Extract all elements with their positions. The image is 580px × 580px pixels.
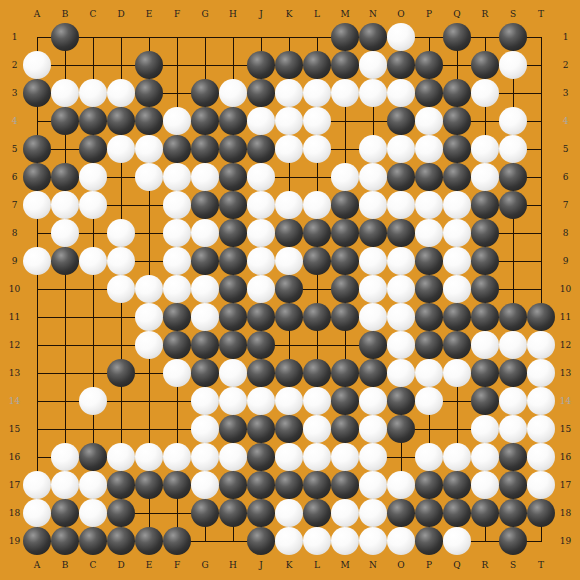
stone-white-O9[interactable]	[387, 247, 415, 275]
coord-label: 6	[553, 163, 578, 191]
coord-label: A	[23, 8, 51, 20]
stone-black-G3[interactable]	[191, 79, 219, 107]
stone-white-Q10[interactable]	[443, 275, 471, 303]
stone-black-H18[interactable]	[219, 499, 247, 527]
stone-white-D5[interactable]	[107, 135, 135, 163]
coord-label: C	[79, 8, 107, 20]
stone-black-Q18[interactable]	[443, 499, 471, 527]
stone-black-S13[interactable]	[499, 359, 527, 387]
stone-black-M14[interactable]	[331, 387, 359, 415]
stone-black-H5[interactable]	[219, 135, 247, 163]
stone-black-K17[interactable]	[275, 471, 303, 499]
stone-white-L4[interactable]	[303, 107, 331, 135]
stone-white-F9[interactable]	[163, 247, 191, 275]
stone-white-P5[interactable]	[415, 135, 443, 163]
stone-black-J12[interactable]	[247, 331, 275, 359]
stone-black-M17[interactable]	[331, 471, 359, 499]
stone-black-J17[interactable]	[247, 471, 275, 499]
stone-white-D8[interactable]	[107, 219, 135, 247]
coord-label: K	[275, 559, 303, 571]
stone-white-F6[interactable]	[163, 163, 191, 191]
stone-white-K5[interactable]	[275, 135, 303, 163]
stone-black-H4[interactable]	[219, 107, 247, 135]
stone-white-M6[interactable]	[331, 163, 359, 191]
stone-white-O5[interactable]	[387, 135, 415, 163]
stone-white-T16[interactable]	[527, 443, 555, 471]
stone-white-N5[interactable]	[359, 135, 387, 163]
stone-black-B18[interactable]	[51, 499, 79, 527]
stone-black-C5[interactable]	[79, 135, 107, 163]
stone-black-M1[interactable]	[331, 23, 359, 51]
stone-black-R10[interactable]	[471, 275, 499, 303]
stone-white-Q8[interactable]	[443, 219, 471, 247]
stone-white-H13[interactable]	[219, 359, 247, 387]
stone-white-P4[interactable]	[415, 107, 443, 135]
stone-black-Q1[interactable]	[443, 23, 471, 51]
stone-white-N19[interactable]	[359, 527, 387, 555]
stone-white-L3[interactable]	[303, 79, 331, 107]
stone-black-B4[interactable]	[51, 107, 79, 135]
stone-white-A7[interactable]	[23, 191, 51, 219]
stone-white-C9[interactable]	[79, 247, 107, 275]
stone-black-L2[interactable]	[303, 51, 331, 79]
stone-white-B16[interactable]	[51, 443, 79, 471]
stone-black-T18[interactable]	[527, 499, 555, 527]
stone-black-Q12[interactable]	[443, 331, 471, 359]
stone-white-O10[interactable]	[387, 275, 415, 303]
stone-white-D16[interactable]	[107, 443, 135, 471]
stone-black-A19[interactable]	[23, 527, 51, 555]
stone-white-M19[interactable]	[331, 527, 359, 555]
go-board[interactable]: AABBCCDDEEFFGGHHJJKKLLMMNNOOPPQQRRSSTT11…	[0, 0, 580, 580]
coord-label: 14	[553, 387, 578, 415]
stone-black-G12[interactable]	[191, 331, 219, 359]
stone-white-M3[interactable]	[331, 79, 359, 107]
stone-white-R12[interactable]	[471, 331, 499, 359]
coord-label: 11	[553, 303, 578, 331]
stone-white-T13[interactable]	[527, 359, 555, 387]
stone-black-J3[interactable]	[247, 79, 275, 107]
stone-black-S6[interactable]	[499, 163, 527, 191]
stone-white-D9[interactable]	[107, 247, 135, 275]
coord-label: F	[163, 559, 191, 571]
stone-white-P13[interactable]	[415, 359, 443, 387]
stone-black-K13[interactable]	[275, 359, 303, 387]
stone-black-J13[interactable]	[247, 359, 275, 387]
stone-white-B7[interactable]	[51, 191, 79, 219]
stone-black-K10[interactable]	[275, 275, 303, 303]
stone-white-L14[interactable]	[303, 387, 331, 415]
stone-black-F11[interactable]	[163, 303, 191, 331]
coord-label: 8	[2, 219, 27, 247]
stone-white-N7[interactable]	[359, 191, 387, 219]
stone-white-Q19[interactable]	[443, 527, 471, 555]
stone-black-J2[interactable]	[247, 51, 275, 79]
stone-white-R17[interactable]	[471, 471, 499, 499]
coord-label: 10	[2, 275, 27, 303]
stone-black-H8[interactable]	[219, 219, 247, 247]
stone-white-N3[interactable]	[359, 79, 387, 107]
stone-black-H9[interactable]	[219, 247, 247, 275]
coord-label: 13	[2, 359, 27, 387]
stone-black-M2[interactable]	[331, 51, 359, 79]
stone-white-F16[interactable]	[163, 443, 191, 471]
stone-black-M13[interactable]	[331, 359, 359, 387]
coord-label: R	[471, 559, 499, 571]
stone-black-C19[interactable]	[79, 527, 107, 555]
stone-white-M16[interactable]	[331, 443, 359, 471]
stone-black-Q17[interactable]	[443, 471, 471, 499]
stone-white-S2[interactable]	[499, 51, 527, 79]
stone-white-G16[interactable]	[191, 443, 219, 471]
stone-black-C4[interactable]	[79, 107, 107, 135]
stone-black-C16[interactable]	[79, 443, 107, 471]
stone-black-E3[interactable]	[135, 79, 163, 107]
stone-black-H7[interactable]	[219, 191, 247, 219]
stone-black-L8[interactable]	[303, 219, 331, 247]
stone-white-M18[interactable]	[331, 499, 359, 527]
stone-white-D3[interactable]	[107, 79, 135, 107]
stone-white-H3[interactable]	[219, 79, 247, 107]
stone-white-C17[interactable]	[79, 471, 107, 499]
stone-white-L7[interactable]	[303, 191, 331, 219]
coord-label: A	[23, 559, 51, 571]
stone-black-N13[interactable]	[359, 359, 387, 387]
stone-white-T12[interactable]	[527, 331, 555, 359]
stone-white-K7[interactable]	[275, 191, 303, 219]
stone-black-L18[interactable]	[303, 499, 331, 527]
stone-white-L19[interactable]	[303, 527, 331, 555]
stone-white-O7[interactable]	[387, 191, 415, 219]
stone-white-O11[interactable]	[387, 303, 415, 331]
stone-black-S18[interactable]	[499, 499, 527, 527]
stone-white-R16[interactable]	[471, 443, 499, 471]
stone-white-G6[interactable]	[191, 163, 219, 191]
coord-label: 12	[2, 331, 27, 359]
stone-black-J15[interactable]	[247, 415, 275, 443]
stone-white-S15[interactable]	[499, 415, 527, 443]
stone-black-S19[interactable]	[499, 527, 527, 555]
stone-white-E10[interactable]	[135, 275, 163, 303]
stone-white-K16[interactable]	[275, 443, 303, 471]
stone-black-S17[interactable]	[499, 471, 527, 499]
stone-black-M15[interactable]	[331, 415, 359, 443]
stone-white-C3[interactable]	[79, 79, 107, 107]
stone-black-D17[interactable]	[107, 471, 135, 499]
stone-white-L16[interactable]	[303, 443, 331, 471]
stone-white-C18[interactable]	[79, 499, 107, 527]
stone-black-B6[interactable]	[51, 163, 79, 191]
stone-white-H16[interactable]	[219, 443, 247, 471]
stone-black-P18[interactable]	[415, 499, 443, 527]
stone-black-G18[interactable]	[191, 499, 219, 527]
stone-black-P11[interactable]	[415, 303, 443, 331]
stone-white-N18[interactable]	[359, 499, 387, 527]
stone-black-T11[interactable]	[527, 303, 555, 331]
stone-white-P16[interactable]	[415, 443, 443, 471]
stone-white-E16[interactable]	[135, 443, 163, 471]
stone-white-O17[interactable]	[387, 471, 415, 499]
stone-white-J14[interactable]	[247, 387, 275, 415]
stone-black-P12[interactable]	[415, 331, 443, 359]
stone-black-D13[interactable]	[107, 359, 135, 387]
stone-white-Q7[interactable]	[443, 191, 471, 219]
stone-black-Q5[interactable]	[443, 135, 471, 163]
stone-white-B3[interactable]	[51, 79, 79, 107]
stone-black-D18[interactable]	[107, 499, 135, 527]
stone-white-J10[interactable]	[247, 275, 275, 303]
stone-white-Q16[interactable]	[443, 443, 471, 471]
stone-black-H11[interactable]	[219, 303, 247, 331]
stone-black-P17[interactable]	[415, 471, 443, 499]
stone-white-K3[interactable]	[275, 79, 303, 107]
stone-black-O6[interactable]	[387, 163, 415, 191]
stone-white-J9[interactable]	[247, 247, 275, 275]
stone-black-G7[interactable]	[191, 191, 219, 219]
stone-black-D19[interactable]	[107, 527, 135, 555]
coord-label: G	[191, 559, 219, 571]
stone-black-M11[interactable]	[331, 303, 359, 331]
stone-white-F13[interactable]	[163, 359, 191, 387]
stone-white-Q13[interactable]	[443, 359, 471, 387]
stone-black-A3[interactable]	[23, 79, 51, 107]
stone-black-R8[interactable]	[471, 219, 499, 247]
stone-black-S16[interactable]	[499, 443, 527, 471]
stone-black-J16[interactable]	[247, 443, 275, 471]
stone-black-R11[interactable]	[471, 303, 499, 331]
stone-white-T17[interactable]	[527, 471, 555, 499]
stone-white-N9[interactable]	[359, 247, 387, 275]
stone-black-N8[interactable]	[359, 219, 387, 247]
stone-black-D4[interactable]	[107, 107, 135, 135]
coord-label: F	[163, 8, 191, 20]
stone-white-E11[interactable]	[135, 303, 163, 331]
stone-white-Q9[interactable]	[443, 247, 471, 275]
stone-white-K19[interactable]	[275, 527, 303, 555]
stone-white-A18[interactable]	[23, 499, 51, 527]
stone-black-P10[interactable]	[415, 275, 443, 303]
stone-white-T15[interactable]	[527, 415, 555, 443]
stone-white-H14[interactable]	[219, 387, 247, 415]
stone-white-S4[interactable]	[499, 107, 527, 135]
stone-black-E17[interactable]	[135, 471, 163, 499]
stone-white-O3[interactable]	[387, 79, 415, 107]
stone-black-M10[interactable]	[331, 275, 359, 303]
stone-black-L13[interactable]	[303, 359, 331, 387]
stone-white-K9[interactable]	[275, 247, 303, 275]
stone-white-S5[interactable]	[499, 135, 527, 163]
stone-black-H12[interactable]	[219, 331, 247, 359]
stone-white-F7[interactable]	[163, 191, 191, 219]
stone-white-K4[interactable]	[275, 107, 303, 135]
stone-white-T14[interactable]	[527, 387, 555, 415]
stone-white-P8[interactable]	[415, 219, 443, 247]
stone-black-B9[interactable]	[51, 247, 79, 275]
coord-label: M	[331, 8, 359, 20]
stone-white-S12[interactable]	[499, 331, 527, 359]
stone-white-C7[interactable]	[79, 191, 107, 219]
coord-label: 1	[2, 23, 27, 51]
stone-black-Q4[interactable]	[443, 107, 471, 135]
stone-black-J5[interactable]	[247, 135, 275, 163]
stone-white-R3[interactable]	[471, 79, 499, 107]
stone-black-L11[interactable]	[303, 303, 331, 331]
stone-black-P9[interactable]	[415, 247, 443, 275]
stone-white-O1[interactable]	[387, 23, 415, 51]
stone-black-H6[interactable]	[219, 163, 247, 191]
stone-black-F19[interactable]	[163, 527, 191, 555]
stone-black-S11[interactable]	[499, 303, 527, 331]
stone-black-M7[interactable]	[331, 191, 359, 219]
stone-black-G4[interactable]	[191, 107, 219, 135]
stone-black-E19[interactable]	[135, 527, 163, 555]
stone-white-L15[interactable]	[303, 415, 331, 443]
stone-black-H15[interactable]	[219, 415, 247, 443]
stone-black-P2[interactable]	[415, 51, 443, 79]
coord-label: B	[51, 559, 79, 571]
stone-white-N10[interactable]	[359, 275, 387, 303]
stone-black-N12[interactable]	[359, 331, 387, 359]
stone-white-C6[interactable]	[79, 163, 107, 191]
stone-white-G11[interactable]	[191, 303, 219, 331]
coord-label: Q	[443, 559, 471, 571]
stone-black-P19[interactable]	[415, 527, 443, 555]
stone-white-G8[interactable]	[191, 219, 219, 247]
stone-black-G5[interactable]	[191, 135, 219, 163]
stone-white-E6[interactable]	[135, 163, 163, 191]
stone-black-L9[interactable]	[303, 247, 331, 275]
stone-white-J4[interactable]	[247, 107, 275, 135]
stone-black-K15[interactable]	[275, 415, 303, 443]
stone-white-S14[interactable]	[499, 387, 527, 415]
stone-black-S7[interactable]	[499, 191, 527, 219]
stone-white-J7[interactable]	[247, 191, 275, 219]
stone-black-F17[interactable]	[163, 471, 191, 499]
stone-black-O15[interactable]	[387, 415, 415, 443]
stone-white-C14[interactable]	[79, 387, 107, 415]
stone-white-J6[interactable]	[247, 163, 275, 191]
stone-white-K14[interactable]	[275, 387, 303, 415]
stone-black-N1[interactable]	[359, 23, 387, 51]
stone-black-P6[interactable]	[415, 163, 443, 191]
stone-white-L5[interactable]	[303, 135, 331, 163]
stone-black-J19[interactable]	[247, 527, 275, 555]
stone-black-P3[interactable]	[415, 79, 443, 107]
stone-white-O12[interactable]	[387, 331, 415, 359]
stone-white-A2[interactable]	[23, 51, 51, 79]
stone-black-Q3[interactable]	[443, 79, 471, 107]
stone-white-F8[interactable]	[163, 219, 191, 247]
stone-white-O13[interactable]	[387, 359, 415, 387]
stone-black-O4[interactable]	[387, 107, 415, 135]
stone-white-F4[interactable]	[163, 107, 191, 135]
stone-black-R7[interactable]	[471, 191, 499, 219]
stone-black-A5[interactable]	[23, 135, 51, 163]
stone-black-K2[interactable]	[275, 51, 303, 79]
coord-label: D	[107, 559, 135, 571]
stone-white-B17[interactable]	[51, 471, 79, 499]
stone-white-N11[interactable]	[359, 303, 387, 331]
stone-white-D10[interactable]	[107, 275, 135, 303]
stone-white-G15[interactable]	[191, 415, 219, 443]
stone-black-H17[interactable]	[219, 471, 247, 499]
stone-black-B1[interactable]	[51, 23, 79, 51]
stone-white-R5[interactable]	[471, 135, 499, 163]
stone-black-R9[interactable]	[471, 247, 499, 275]
coord-label: O	[387, 559, 415, 571]
stone-white-R6[interactable]	[471, 163, 499, 191]
coord-label: 9	[553, 247, 578, 275]
stone-black-O2[interactable]	[387, 51, 415, 79]
stone-white-G10[interactable]	[191, 275, 219, 303]
stone-black-M8[interactable]	[331, 219, 359, 247]
stone-white-R15[interactable]	[471, 415, 499, 443]
stone-black-G9[interactable]	[191, 247, 219, 275]
stone-black-S1[interactable]	[499, 23, 527, 51]
stone-white-N16[interactable]	[359, 443, 387, 471]
stone-black-Q11[interactable]	[443, 303, 471, 331]
coord-label: 13	[553, 359, 578, 387]
stone-black-R18[interactable]	[471, 499, 499, 527]
stone-black-J11[interactable]	[247, 303, 275, 331]
coord-label: G	[191, 8, 219, 20]
stone-black-E2[interactable]	[135, 51, 163, 79]
stone-black-O8[interactable]	[387, 219, 415, 247]
stone-black-Q6[interactable]	[443, 163, 471, 191]
stone-black-O14[interactable]	[387, 387, 415, 415]
stone-white-A9[interactable]	[23, 247, 51, 275]
stone-white-G17[interactable]	[191, 471, 219, 499]
stone-white-N17[interactable]	[359, 471, 387, 499]
stone-white-E12[interactable]	[135, 331, 163, 359]
stone-white-G14[interactable]	[191, 387, 219, 415]
coord-label: 7	[553, 191, 578, 219]
stone-white-B8[interactable]	[51, 219, 79, 247]
stone-black-F12[interactable]	[163, 331, 191, 359]
stone-black-H10[interactable]	[219, 275, 247, 303]
stone-black-R13[interactable]	[471, 359, 499, 387]
stone-black-K11[interactable]	[275, 303, 303, 331]
stone-white-F10[interactable]	[163, 275, 191, 303]
stone-white-N15[interactable]	[359, 415, 387, 443]
coord-label: L	[303, 8, 331, 20]
coord-label: 15	[2, 415, 27, 443]
stone-white-J8[interactable]	[247, 219, 275, 247]
stone-black-B19[interactable]	[51, 527, 79, 555]
stone-white-N6[interactable]	[359, 163, 387, 191]
stone-black-F5[interactable]	[163, 135, 191, 163]
stone-white-K18[interactable]	[275, 499, 303, 527]
stone-white-O19[interactable]	[387, 527, 415, 555]
stone-black-O18[interactable]	[387, 499, 415, 527]
stone-white-N2[interactable]	[359, 51, 387, 79]
stone-black-M9[interactable]	[331, 247, 359, 275]
stone-black-K8[interactable]	[275, 219, 303, 247]
stone-white-E5[interactable]	[135, 135, 163, 163]
stone-black-L17[interactable]	[303, 471, 331, 499]
stone-black-G13[interactable]	[191, 359, 219, 387]
stone-white-A17[interactable]	[23, 471, 51, 499]
coord-label: D	[107, 8, 135, 20]
stone-black-E4[interactable]	[135, 107, 163, 135]
stone-black-R14[interactable]	[471, 387, 499, 415]
stone-black-R2[interactable]	[471, 51, 499, 79]
stone-white-P7[interactable]	[415, 191, 443, 219]
stone-black-J18[interactable]	[247, 499, 275, 527]
stone-white-N14[interactable]	[359, 387, 387, 415]
stone-white-P14[interactable]	[415, 387, 443, 415]
stone-black-A6[interactable]	[23, 163, 51, 191]
